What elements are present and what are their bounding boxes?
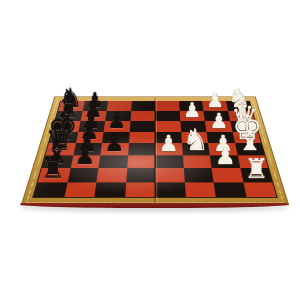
board-square: [126, 168, 155, 182]
board-square: [155, 155, 183, 168]
board-square: [214, 182, 246, 197]
board-square: [155, 111, 180, 121]
board-edge-rim: [20, 203, 288, 208]
board-square: [73, 143, 102, 155]
board-square: [105, 111, 131, 121]
board-square: [76, 132, 104, 143]
board-square: [243, 182, 277, 197]
board-square: [212, 168, 243, 182]
board-square: [155, 143, 182, 155]
board-square: [129, 132, 156, 143]
board-square: [55, 111, 82, 121]
board-square: [179, 111, 205, 121]
board-square: [155, 182, 185, 197]
board-square: [125, 182, 155, 197]
board-squares: [32, 101, 278, 198]
board-square: [182, 143, 210, 155]
board-square: [98, 155, 127, 168]
board-square: [183, 168, 213, 182]
board-square: [155, 168, 184, 182]
board-square: [102, 132, 129, 143]
chess-board: [22, 97, 288, 205]
board-square: [203, 111, 229, 121]
board-square: [155, 101, 179, 111]
board-square: [128, 143, 155, 155]
board-square: [202, 101, 228, 111]
board-square: [52, 121, 80, 132]
board-square: [226, 101, 252, 111]
board-square: [240, 168, 272, 182]
board-square: [96, 168, 126, 182]
board-square: [181, 132, 208, 143]
board-square: [179, 101, 204, 111]
board-square: [42, 155, 73, 168]
board-square: [64, 182, 96, 197]
board-square: [206, 132, 234, 143]
board-square: [127, 155, 155, 168]
board-square: [82, 101, 108, 111]
board-square: [228, 111, 255, 121]
board-square: [38, 168, 70, 182]
board-square: [67, 168, 98, 182]
board-square: [94, 182, 125, 197]
board-square: [230, 121, 258, 132]
board-square: [205, 121, 232, 132]
board-square: [100, 143, 128, 155]
board-square: [235, 143, 265, 155]
board-square: [182, 155, 211, 168]
product-photo: ♞♟♟♞♜♟♟♝♝♟♟♟♛♚♟♚♛♟♟♟♞♟♝♝♟♟♜♜: [0, 0, 300, 300]
board-square: [237, 155, 268, 168]
board-square: [34, 182, 68, 197]
board-square: [78, 121, 105, 132]
board-square: [184, 182, 215, 197]
board-square: [131, 101, 155, 111]
board-square: [208, 143, 237, 155]
board-square: [155, 121, 181, 132]
board-square: [70, 155, 100, 168]
board-square: [58, 101, 84, 111]
board-square: [130, 111, 155, 121]
board-square: [104, 121, 130, 132]
board-square: [49, 132, 78, 143]
board-square: [232, 132, 261, 143]
board-square: [180, 121, 206, 132]
board-square: [155, 132, 182, 143]
board-square: [210, 155, 240, 168]
board-square: [80, 111, 106, 121]
board-square: [46, 143, 76, 155]
board-square: [107, 101, 132, 111]
board-square: [129, 121, 155, 132]
